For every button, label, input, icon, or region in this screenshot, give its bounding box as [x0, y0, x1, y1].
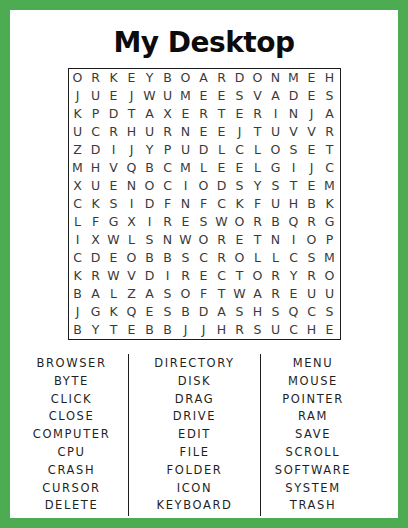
grid-cell-r4c3[interactable]: R [105, 123, 123, 141]
word-item-edit[interactable]: EDIT [129, 426, 260, 444]
grid-cell-r4c15[interactable]: R [321, 123, 339, 141]
grid-cell-r12c15[interactable]: O [321, 267, 339, 285]
grid-cell-r13c8[interactable]: F [195, 285, 213, 303]
grid-cell-r9c4[interactable]: X [123, 213, 141, 231]
grid-cell-r4c13[interactable]: V [285, 123, 303, 141]
grid-cell-r13c1[interactable]: B [69, 285, 87, 303]
grid-cell-r2c12[interactable]: A [267, 87, 285, 105]
grid-cell-r15c11[interactable]: S [249, 321, 267, 339]
grid-cell-r12c1[interactable]: K [69, 267, 87, 285]
grid-cell-r1c8[interactable]: A [195, 69, 213, 87]
grid-cell-r6c8[interactable]: L [195, 159, 213, 177]
grid-cell-r5c10[interactable]: C [231, 141, 249, 159]
grid-cell-r14c9[interactable]: A [213, 303, 231, 321]
grid-cell-r8c8[interactable]: F [195, 195, 213, 213]
grid-cell-r14c3[interactable]: K [105, 303, 123, 321]
grid-cell-r14c5[interactable]: E [141, 303, 159, 321]
grid-cell-r4c11[interactable]: T [249, 123, 267, 141]
grid-cell-r10c7[interactable]: W [177, 231, 195, 249]
grid-cell-r2c1[interactable]: J [69, 87, 87, 105]
grid-cell-r2c4[interactable]: J [123, 87, 141, 105]
grid-cell-r15c10[interactable]: R [231, 321, 249, 339]
grid-cell-r10c1[interactable]: I [69, 231, 87, 249]
grid-cell-r5c13[interactable]: S [285, 141, 303, 159]
grid-cell-r10c10[interactable]: E [231, 231, 249, 249]
grid-cell-r11c8[interactable]: C [195, 249, 213, 267]
grid-cell-r13c3[interactable]: L [105, 285, 123, 303]
grid-cell-r9c15[interactable]: G [321, 213, 339, 231]
grid-cell-r11c2[interactable]: D [87, 249, 105, 267]
word-item-ram[interactable]: RAM [261, 408, 365, 426]
grid-cell-r15c1[interactable]: B [69, 321, 87, 339]
puzzle-title: My Desktop [0, 0, 408, 59]
grid-cell-r3c12[interactable]: I [267, 105, 285, 123]
grid-cell-r6c14[interactable]: J [303, 159, 321, 177]
grid-cell-r9c12[interactable]: B [267, 213, 285, 231]
grid-cell-r1c6[interactable]: B [159, 69, 177, 87]
grid-cell-r14c6[interactable]: S [159, 303, 177, 321]
grid-cell-r9c3[interactable]: G [105, 213, 123, 231]
grid-cell-r9c11[interactable]: R [249, 213, 267, 231]
grid-cell-r13c9[interactable]: T [213, 285, 231, 303]
grid-cell-r15c7[interactable]: J [177, 321, 195, 339]
grid-cell-r4c8[interactable]: E [195, 123, 213, 141]
grid-cell-r3c13[interactable]: N [285, 105, 303, 123]
grid-cell-r5c8[interactable]: D [195, 141, 213, 159]
grid-cell-r6c3[interactable]: V [105, 159, 123, 177]
grid-cell-r9c13[interactable]: Q [285, 213, 303, 231]
grid-cell-r7c13[interactable]: T [285, 177, 303, 195]
grid-cell-r7c6[interactable]: C [159, 177, 177, 195]
word-item-mouse[interactable]: MOUSE [261, 373, 365, 391]
word-item-menu[interactable]: MENU [261, 355, 365, 373]
grid-cell-r13c15[interactable]: U [321, 285, 339, 303]
grid-cell-r10c15[interactable]: P [321, 231, 339, 249]
grid-cell-r13c12[interactable]: R [267, 285, 285, 303]
word-item-cpu[interactable]: CPU [15, 444, 128, 462]
grid-cell-r2c15[interactable]: S [321, 87, 339, 105]
grid-cell-r3c1[interactable]: K [69, 105, 87, 123]
grid-cell-r3c6[interactable]: X [159, 105, 177, 123]
grid-cell-r1c3[interactable]: K [105, 69, 123, 87]
grid-cell-r12c4[interactable]: V [123, 267, 141, 285]
grid-cell-r1c5[interactable]: Y [141, 69, 159, 87]
grid-cell-r5c15[interactable]: T [321, 141, 339, 159]
word-item-drag[interactable]: DRAG [129, 391, 260, 409]
grid-cell-r12c14[interactable]: R [303, 267, 321, 285]
grid-cell-r15c13[interactable]: C [285, 321, 303, 339]
grid-cell-r8c3[interactable]: S [105, 195, 123, 213]
grid-cell-r11c10[interactable]: O [231, 249, 249, 267]
grid-cell-r11c14[interactable]: S [303, 249, 321, 267]
grid-cell-r15c4[interactable]: E [123, 321, 141, 339]
grid-cell-r9c5[interactable]: I [141, 213, 159, 231]
grid-cell-r1c4[interactable]: E [123, 69, 141, 87]
grid-cell-r12c7[interactable]: R [177, 267, 195, 285]
word-search-page: My Desktop ORKEYBOARDONMEHJUEJWUMEESVADE… [0, 0, 408, 528]
grid-cell-r10c9[interactable]: R [213, 231, 231, 249]
grid-cell-r14c14[interactable]: C [303, 303, 321, 321]
word-list-column-3: MENUMOUSEPOINTERRAMSAVESCROLLSOFTWARESYS… [261, 354, 365, 516]
word-list-column-1: BROWSERBYTECLICKCLOSECOMPUTERCPUCRASHCUR… [15, 354, 128, 516]
grid-cell-r7c4[interactable]: N [123, 177, 141, 195]
grid-cell-r1c9[interactable]: R [213, 69, 231, 87]
grid-cell-r8c12[interactable]: U [267, 195, 285, 213]
grid-cell-r6c5[interactable]: B [141, 159, 159, 177]
word-item-browser[interactable]: BROWSER [15, 355, 128, 373]
word-item-byte[interactable]: BYTE [15, 373, 128, 391]
word-item-pointer[interactable]: POINTER [261, 391, 365, 409]
grid-cell-r7c15[interactable]: M [321, 177, 339, 195]
grid-cell-r5c4[interactable]: J [123, 141, 141, 159]
grid-cell-r7c2[interactable]: U [87, 177, 105, 195]
grid-cell-r7c3[interactable]: E [105, 177, 123, 195]
grid-cell-r2c8[interactable]: E [195, 87, 213, 105]
grid-cell-r2c2[interactable]: U [87, 87, 105, 105]
word-item-directory[interactable]: DIRECTORY [129, 355, 260, 373]
word-item-delete[interactable]: DELETE [15, 497, 128, 515]
grid-cell-r5c7[interactable]: U [177, 141, 195, 159]
grid-cell-r4c14[interactable]: V [303, 123, 321, 141]
grid-cell-r8c4[interactable]: I [123, 195, 141, 213]
grid-cell-r15c3[interactable]: T [105, 321, 123, 339]
grid-cell-r13c10[interactable]: W [231, 285, 249, 303]
grid-cell-r14c8[interactable]: D [195, 303, 213, 321]
grid-cell-r5c5[interactable]: Y [141, 141, 159, 159]
grid-cell-r5c14[interactable]: E [303, 141, 321, 159]
grid-cell-r12c8[interactable]: E [195, 267, 213, 285]
grid-cell-r8c1[interactable]: C [69, 195, 87, 213]
grid-cell-r3c5[interactable]: A [141, 105, 159, 123]
grid-cell-r11c1[interactable]: C [69, 249, 87, 267]
word-item-keyboard[interactable]: KEYBOARD [129, 497, 260, 515]
grid-cell-r3c11[interactable]: R [249, 105, 267, 123]
grid-cell-r14c11[interactable]: H [249, 303, 267, 321]
word-item-trash[interactable]: TRASH [261, 497, 365, 515]
grid-cell-r4c1[interactable]: U [69, 123, 87, 141]
grid-cell-r14c13[interactable]: Q [285, 303, 303, 321]
grid-cell-r15c6[interactable]: B [159, 321, 177, 339]
grid-cell-r6c2[interactable]: H [87, 159, 105, 177]
grid-cell-r1c15[interactable]: H [321, 69, 339, 87]
grid-cell-r13c14[interactable]: U [303, 285, 321, 303]
grid-cell-r3c8[interactable]: R [195, 105, 213, 123]
grid-cell-r4c4[interactable]: H [123, 123, 141, 141]
grid-cell-r10c6[interactable]: N [159, 231, 177, 249]
grid-cell-r11c9[interactable]: R [213, 249, 231, 267]
grid-cell-r4c6[interactable]: R [159, 123, 177, 141]
word-item-computer[interactable]: COMPUTER [15, 426, 128, 444]
grid-cell-r13c5[interactable]: A [141, 285, 159, 303]
grid-cell-r1c11[interactable]: O [249, 69, 267, 87]
word-list: BROWSERBYTECLICKCLOSECOMPUTERCPUCRASHCUR… [15, 354, 385, 516]
grid-cell-r11c3[interactable]: E [105, 249, 123, 267]
grid-cell-r6c12[interactable]: G [267, 159, 285, 177]
grid-cell-r4c5[interactable]: U [141, 123, 159, 141]
word-item-close[interactable]: CLOSE [15, 408, 128, 426]
grid-cell-r2c5[interactable]: W [141, 87, 159, 105]
grid-cell-r8c9[interactable]: C [213, 195, 231, 213]
grid-cell-r3c15[interactable]: A [321, 105, 339, 123]
grid-cell-r8c7[interactable]: N [177, 195, 195, 213]
grid-cell-r5c9[interactable]: L [213, 141, 231, 159]
grid-cell-r2c3[interactable]: E [105, 87, 123, 105]
grid-cell-r15c5[interactable]: B [141, 321, 159, 339]
grid-cell-r2c7[interactable]: M [177, 87, 195, 105]
grid-cell-r8c13[interactable]: H [285, 195, 303, 213]
word-item-cursor[interactable]: CURSOR [15, 480, 128, 498]
grid-cell-r12c11[interactable]: O [249, 267, 267, 285]
grid-cell-r10c2[interactable]: X [87, 231, 105, 249]
grid-cell-r8c11[interactable]: F [249, 195, 267, 213]
word-item-system[interactable]: SYSTEM [261, 480, 365, 498]
word-search-grid: ORKEYBOARDONMEHJUEJWUMEESVADESKPDTAXERTE… [68, 68, 341, 340]
grid-cell-r14c12[interactable]: S [267, 303, 285, 321]
grid-cell-r9c14[interactable]: R [303, 213, 321, 231]
grid-cell-r10c14[interactable]: O [303, 231, 321, 249]
grid-cell-r4c9[interactable]: E [213, 123, 231, 141]
grid-cell-r12c6[interactable]: I [159, 267, 177, 285]
grid-cell-r10c8[interactable]: O [195, 231, 213, 249]
grid-cell-r3c7[interactable]: E [177, 105, 195, 123]
grid-cell-r9c10[interactable]: O [231, 213, 249, 231]
grid-cell-r7c11[interactable]: Y [249, 177, 267, 195]
grid-cell-r13c6[interactable]: S [159, 285, 177, 303]
grid-cell-r13c7[interactable]: O [177, 285, 195, 303]
grid-cell-r7c14[interactable]: E [303, 177, 321, 195]
grid-cell-r4c10[interactable]: J [231, 123, 249, 141]
grid-cell-r3c10[interactable]: E [231, 105, 249, 123]
grid-cell-r15c2[interactable]: Y [87, 321, 105, 339]
word-item-scroll[interactable]: SCROLL [261, 444, 365, 462]
grid-cell-r9c8[interactable]: S [195, 213, 213, 231]
grid-cell-r12c9[interactable]: C [213, 267, 231, 285]
grid-cell-r3c3[interactable]: D [105, 105, 123, 123]
grid-cell-r6c9[interactable]: E [213, 159, 231, 177]
grid-cell-r2c9[interactable]: E [213, 87, 231, 105]
word-list-column-2: DIRECTORYDISKDRAGDRIVEEDITFILEFOLDERICON… [128, 354, 261, 516]
grid-cell-r4c7[interactable]: N [177, 123, 195, 141]
grid-cell-r1c14[interactable]: E [303, 69, 321, 87]
word-item-disk[interactable]: DISK [129, 373, 260, 391]
grid-cell-r5c6[interactable]: P [159, 141, 177, 159]
grid-cell-r8c5[interactable]: D [141, 195, 159, 213]
grid-cell-r10c4[interactable]: L [123, 231, 141, 249]
word-item-click[interactable]: CLICK [15, 391, 128, 409]
grid-cell-r5c12[interactable]: O [267, 141, 285, 159]
grid-cell-r13c13[interactable]: E [285, 285, 303, 303]
grid-cell-r15c12[interactable]: U [267, 321, 285, 339]
grid-cell-r6c4[interactable]: Q [123, 159, 141, 177]
grid-cell-r11c5[interactable]: B [141, 249, 159, 267]
grid-cell-r10c5[interactable]: S [141, 231, 159, 249]
grid-cell-r10c11[interactable]: T [249, 231, 267, 249]
grid-cell-r15c8[interactable]: J [195, 321, 213, 339]
grid-cell-r10c12[interactable]: N [267, 231, 285, 249]
word-item-file[interactable]: FILE [129, 444, 260, 462]
grid-cell-r5c2[interactable]: D [87, 141, 105, 159]
grid-cell-r11c6[interactable]: B [159, 249, 177, 267]
grid-cell-r14c1[interactable]: J [69, 303, 87, 321]
word-item-software[interactable]: SOFTWARE [261, 462, 365, 480]
word-item-save[interactable]: SAVE [261, 426, 365, 444]
word-item-crash[interactable]: CRASH [15, 462, 128, 480]
grid-cell-r7c7[interactable]: I [177, 177, 195, 195]
grid-cell-r8c15[interactable]: K [321, 195, 339, 213]
grid-cell-r10c13[interactable]: I [285, 231, 303, 249]
grid-cell-r12c12[interactable]: R [267, 267, 285, 285]
grid-cell-r1c7[interactable]: O [177, 69, 195, 87]
grid-cell-r14c15[interactable]: S [321, 303, 339, 321]
grid-cell-r6c1[interactable]: M [69, 159, 87, 177]
grid-cell-r12c13[interactable]: Y [285, 267, 303, 285]
grid-cell-r7c5[interactable]: O [141, 177, 159, 195]
grid-cell-r9c9[interactable]: W [213, 213, 231, 231]
grid-cell-r11c12[interactable]: L [267, 249, 285, 267]
grid-cell-r6c15[interactable]: C [321, 159, 339, 177]
grid-cell-r8c2[interactable]: K [87, 195, 105, 213]
grid-cell-r6c10[interactable]: E [231, 159, 249, 177]
grid-cell-r6c7[interactable]: M [177, 159, 195, 177]
grid-cell-r11c4[interactable]: O [123, 249, 141, 267]
grid-cell-r4c2[interactable]: C [87, 123, 105, 141]
grid-cell-r15c15[interactable]: E [321, 321, 339, 339]
grid-cell-r15c14[interactable]: H [303, 321, 321, 339]
grid-cell-r15c9[interactable]: H [213, 321, 231, 339]
grid-cell-r5c11[interactable]: L [249, 141, 267, 159]
grid-cell-r14c2[interactable]: G [87, 303, 105, 321]
grid-cell-r2c10[interactable]: S [231, 87, 249, 105]
grid-cell-r6c11[interactable]: L [249, 159, 267, 177]
word-item-icon[interactable]: ICON [129, 480, 260, 498]
grid-cell-r12c2[interactable]: R [87, 267, 105, 285]
grid-cell-r12c3[interactable]: W [105, 267, 123, 285]
grid-cell-r5c3[interactable]: I [105, 141, 123, 159]
grid-cell-r6c13[interactable]: I [285, 159, 303, 177]
grid-cell-r7c12[interactable]: S [267, 177, 285, 195]
grid-cell-r9c7[interactable]: E [177, 213, 195, 231]
grid-cell-r9c6[interactable]: R [159, 213, 177, 231]
grid-cell-r8c6[interactable]: F [159, 195, 177, 213]
grid-cell-r1c10[interactable]: D [231, 69, 249, 87]
grid-cell-r11c15[interactable]: M [321, 249, 339, 267]
grid-cell-r3c9[interactable]: T [213, 105, 231, 123]
grid-cell-r12c10[interactable]: T [231, 267, 249, 285]
grid-cell-r4c12[interactable]: U [267, 123, 285, 141]
grid-cell-r11c13[interactable]: C [285, 249, 303, 267]
grid-cell-r14c4[interactable]: Q [123, 303, 141, 321]
grid-cell-r6c6[interactable]: C [159, 159, 177, 177]
word-item-drive[interactable]: DRIVE [129, 408, 260, 426]
word-item-folder[interactable]: FOLDER [129, 462, 260, 480]
grid-cell-r7c8[interactable]: O [195, 177, 213, 195]
grid-cell-r11c11[interactable]: L [249, 249, 267, 267]
grid-cell-r7c1[interactable]: X [69, 177, 87, 195]
grid-cell-r12c5[interactable]: D [141, 267, 159, 285]
grid-cell-r2c14[interactable]: E [303, 87, 321, 105]
grid-cell-r7c10[interactable]: S [231, 177, 249, 195]
grid-cell-r14c10[interactable]: S [231, 303, 249, 321]
grid-cell-r1c1[interactable]: O [69, 69, 87, 87]
grid-cell-r2c13[interactable]: D [285, 87, 303, 105]
grid-cell-r10c3[interactable]: W [105, 231, 123, 249]
grid-cell-r13c2[interactable]: A [87, 285, 105, 303]
grid-cell-r13c11[interactable]: A [249, 285, 267, 303]
grid-cell-r2c6[interactable]: U [159, 87, 177, 105]
grid-cell-r9c2[interactable]: F [87, 213, 105, 231]
grid-cell-r3c2[interactable]: P [87, 105, 105, 123]
grid-cell-r9c1[interactable]: L [69, 213, 87, 231]
grid-cell-r1c2[interactable]: R [87, 69, 105, 87]
grid-cell-r11c7[interactable]: S [177, 249, 195, 267]
grid-cell-r5c1[interactable]: Z [69, 141, 87, 159]
grid-cell-r3c14[interactable]: J [303, 105, 321, 123]
grid-cell-r14c7[interactable]: B [177, 303, 195, 321]
grid-cell-r1c12[interactable]: N [267, 69, 285, 87]
grid-cell-r1c13[interactable]: M [285, 69, 303, 87]
grid-cell-r3c4[interactable]: T [123, 105, 141, 123]
grid-cell-r8c10[interactable]: K [231, 195, 249, 213]
grid-cell-r8c14[interactable]: B [303, 195, 321, 213]
grid-cell-r2c11[interactable]: V [249, 87, 267, 105]
grid-cell-r13c4[interactable]: Z [123, 285, 141, 303]
grid-cell-r7c9[interactable]: D [213, 177, 231, 195]
